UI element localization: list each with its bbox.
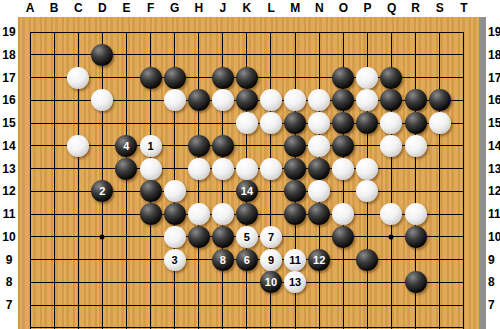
intersection-H13[interactable] [187, 157, 211, 180]
intersection-M9[interactable]: 11 [283, 248, 307, 271]
intersection-K11[interactable] [235, 203, 259, 226]
intersection-C16[interactable] [66, 89, 90, 112]
intersection-P18[interactable] [355, 43, 379, 66]
row-label-left-8: 8 [0, 275, 18, 289]
intersection-K8[interactable] [235, 271, 259, 294]
intersection-T13[interactable] [452, 157, 476, 180]
stone-black-E14: 4 [115, 135, 137, 157]
intersection-H15[interactable] [187, 112, 211, 135]
intersection-D11[interactable] [90, 203, 114, 226]
intersection-C19[interactable] [66, 21, 90, 44]
intersection-N13[interactable] [307, 157, 331, 180]
row-label-right-18: 18 [488, 48, 500, 62]
intersection-F7[interactable] [138, 294, 162, 317]
intersection-Q12[interactable] [379, 180, 403, 203]
col-label-G: G [163, 1, 187, 15]
intersection-P11[interactable] [355, 203, 379, 226]
intersection-D6[interactable] [90, 316, 114, 329]
intersection-S15[interactable] [428, 112, 452, 135]
intersection-B9[interactable] [42, 248, 66, 271]
intersection-S10[interactable] [428, 225, 452, 248]
intersection-Q11[interactable] [379, 203, 403, 226]
intersection-K18[interactable] [235, 43, 259, 66]
intersection-P12[interactable] [355, 180, 379, 203]
intersection-P14[interactable] [355, 134, 379, 157]
stone-white-J13 [212, 158, 234, 180]
stone-white-C14 [67, 135, 89, 157]
intersection-Q19[interactable] [379, 21, 403, 44]
intersection-D7[interactable] [90, 294, 114, 317]
intersection-R14[interactable] [404, 134, 428, 157]
intersection-N11[interactable] [307, 203, 331, 226]
intersection-R15[interactable] [404, 112, 428, 135]
intersection-L12[interactable] [259, 180, 283, 203]
intersection-O12[interactable] [331, 180, 355, 203]
intersection-L11[interactable] [259, 203, 283, 226]
intersection-B14[interactable] [42, 134, 66, 157]
intersection-H6[interactable] [187, 316, 211, 329]
intersection-R12[interactable] [404, 180, 428, 203]
intersection-A13[interactable] [18, 157, 42, 180]
intersection-L7[interactable] [259, 294, 283, 317]
intersection-O17[interactable] [331, 66, 355, 89]
col-label-A: A [18, 1, 42, 15]
intersection-J19[interactable] [211, 21, 235, 44]
intersection-A6[interactable] [18, 316, 42, 329]
intersection-G7[interactable] [163, 294, 187, 317]
intersection-R10[interactable] [404, 225, 428, 248]
intersection-H17[interactable] [187, 66, 211, 89]
intersection-S13[interactable] [428, 157, 452, 180]
intersection-B11[interactable] [42, 203, 66, 226]
intersection-J8[interactable] [211, 271, 235, 294]
intersection-C10[interactable] [66, 225, 90, 248]
intersection-B18[interactable] [42, 43, 66, 66]
intersection-O6[interactable] [331, 316, 355, 329]
intersection-A15[interactable] [18, 112, 42, 135]
intersection-N18[interactable] [307, 43, 331, 66]
intersection-J17[interactable] [211, 66, 235, 89]
intersection-O19[interactable] [331, 21, 355, 44]
intersection-G19[interactable] [163, 21, 187, 44]
row-label-left-11: 11 [0, 207, 18, 221]
intersection-Q8[interactable] [379, 271, 403, 294]
intersection-O10[interactable] [331, 225, 355, 248]
intersection-O14[interactable] [331, 134, 355, 157]
intersection-C9[interactable] [66, 248, 90, 271]
intersection-H19[interactable] [187, 21, 211, 44]
stone-white-R14 [405, 135, 427, 157]
intersection-B10[interactable] [42, 225, 66, 248]
intersection-R11[interactable] [404, 203, 428, 226]
intersection-L16[interactable] [259, 89, 283, 112]
intersection-B12[interactable] [42, 180, 66, 203]
intersection-F19[interactable] [138, 21, 162, 44]
intersection-T7[interactable] [452, 294, 476, 317]
intersection-L10[interactable]: 7 [259, 225, 283, 248]
intersection-O16[interactable] [331, 89, 355, 112]
stone-white-P12 [356, 180, 378, 202]
intersection-P9[interactable] [355, 248, 379, 271]
intersection-R9[interactable] [404, 248, 428, 271]
intersection-R13[interactable] [404, 157, 428, 180]
intersection-S12[interactable] [428, 180, 452, 203]
intersection-A11[interactable] [18, 203, 42, 226]
intersection-O7[interactable] [331, 294, 355, 317]
intersection-G15[interactable] [163, 112, 187, 135]
intersection-T10[interactable] [452, 225, 476, 248]
intersection-J16[interactable] [211, 89, 235, 112]
col-label-M: M [283, 1, 307, 15]
intersection-L14[interactable] [259, 134, 283, 157]
intersection-H16[interactable] [187, 89, 211, 112]
intersection-F16[interactable] [138, 89, 162, 112]
intersection-M16[interactable] [283, 89, 307, 112]
intersection-C13[interactable] [66, 157, 90, 180]
stone-white-L15 [260, 112, 282, 134]
intersection-C7[interactable] [66, 294, 90, 317]
intersection-P19[interactable] [355, 21, 379, 44]
intersection-A19[interactable] [18, 21, 42, 44]
intersection-N10[interactable] [307, 225, 331, 248]
intersection-P6[interactable] [355, 316, 379, 329]
intersection-J9[interactable]: 8 [211, 248, 235, 271]
intersection-G10[interactable] [163, 225, 187, 248]
intersection-M19[interactable] [283, 21, 307, 44]
intersection-E8[interactable] [114, 271, 138, 294]
stone-white-R11 [405, 203, 427, 225]
intersection-K19[interactable] [235, 21, 259, 44]
intersection-C17[interactable] [66, 66, 90, 89]
intersection-M17[interactable] [283, 66, 307, 89]
intersection-M10[interactable] [283, 225, 307, 248]
intersection-J6[interactable] [211, 316, 235, 329]
intersection-H11[interactable] [187, 203, 211, 226]
intersection-H7[interactable] [187, 294, 211, 317]
intersection-Q6[interactable] [379, 316, 403, 329]
intersection-N19[interactable] [307, 21, 331, 44]
intersection-D14[interactable] [90, 134, 114, 157]
go-board-screen: ABCDEFGHJKLMNOPQRST 19181716151413121110… [0, 0, 500, 329]
intersection-C6[interactable] [66, 316, 90, 329]
intersection-C14[interactable] [66, 134, 90, 157]
intersection-G12[interactable] [163, 180, 187, 203]
intersection-E7[interactable] [114, 294, 138, 317]
intersection-Q10[interactable] [379, 225, 403, 248]
intersection-N6[interactable] [307, 316, 331, 329]
col-label-F: F [139, 1, 163, 15]
intersection-T11[interactable] [452, 203, 476, 226]
intersection-G17[interactable] [163, 66, 187, 89]
intersection-H18[interactable] [187, 43, 211, 66]
intersection-Q16[interactable] [379, 89, 403, 112]
intersection-E9[interactable] [114, 248, 138, 271]
intersection-L17[interactable] [259, 66, 283, 89]
intersection-D17[interactable] [90, 66, 114, 89]
intersection-O8[interactable] [331, 271, 355, 294]
intersection-S14[interactable] [428, 134, 452, 157]
intersection-B17[interactable] [42, 66, 66, 89]
intersection-J7[interactable] [211, 294, 235, 317]
intersection-J18[interactable] [211, 43, 235, 66]
intersection-D10[interactable] [90, 225, 114, 248]
intersection-N9[interactable]: 12 [307, 248, 331, 271]
intersection-F10[interactable] [138, 225, 162, 248]
col-label-S: S [428, 1, 452, 15]
intersection-F18[interactable] [138, 43, 162, 66]
intersection-D19[interactable] [90, 21, 114, 44]
intersection-M11[interactable] [283, 203, 307, 226]
intersection-O15[interactable] [331, 112, 355, 135]
intersection-E13[interactable] [114, 157, 138, 180]
stone-white-N12 [308, 180, 330, 202]
intersection-C11[interactable] [66, 203, 90, 226]
intersection-A7[interactable] [18, 294, 42, 317]
intersection-N14[interactable] [307, 134, 331, 157]
intersection-K12[interactable]: 14 [235, 180, 259, 203]
intersection-B8[interactable] [42, 271, 66, 294]
stone-black-H10 [188, 226, 210, 248]
stone-white-K10: 5 [236, 226, 258, 248]
intersection-M15[interactable] [283, 112, 307, 135]
intersection-Q7[interactable] [379, 294, 403, 317]
intersection-M6[interactable] [283, 316, 307, 329]
intersection-G18[interactable] [163, 43, 187, 66]
intersection-N16[interactable] [307, 89, 331, 112]
intersection-H14[interactable] [187, 134, 211, 157]
intersection-S19[interactable] [428, 21, 452, 44]
intersection-P7[interactable] [355, 294, 379, 317]
intersection-G13[interactable] [163, 157, 187, 180]
intersection-E6[interactable] [114, 316, 138, 329]
intersection-F11[interactable] [138, 203, 162, 226]
intersection-F14[interactable]: 1 [138, 134, 162, 157]
intersection-L6[interactable] [259, 316, 283, 329]
intersection-N7[interactable] [307, 294, 331, 317]
stone-black-D12: 2 [91, 180, 113, 202]
intersection-F15[interactable] [138, 112, 162, 135]
intersection-C12[interactable] [66, 180, 90, 203]
intersection-L15[interactable] [259, 112, 283, 135]
stone-black-K16 [236, 89, 258, 111]
intersection-K9[interactable]: 6 [235, 248, 259, 271]
intersection-M13[interactable] [283, 157, 307, 180]
intersection-R18[interactable] [404, 43, 428, 66]
intersection-N12[interactable] [307, 180, 331, 203]
intersection-J12[interactable] [211, 180, 235, 203]
intersection-R8[interactable] [404, 271, 428, 294]
intersection-E17[interactable] [114, 66, 138, 89]
intersection-A8[interactable] [18, 271, 42, 294]
intersection-S6[interactable] [428, 316, 452, 329]
intersection-F8[interactable] [138, 271, 162, 294]
intersection-D12[interactable]: 2 [90, 180, 114, 203]
intersection-H9[interactable] [187, 248, 211, 271]
intersection-J11[interactable] [211, 203, 235, 226]
intersection-A9[interactable] [18, 248, 42, 271]
intersection-K6[interactable] [235, 316, 259, 329]
intersection-T6[interactable] [452, 316, 476, 329]
row-label-left-18: 18 [0, 48, 18, 62]
intersection-Q15[interactable] [379, 112, 403, 135]
intersection-D13[interactable] [90, 157, 114, 180]
stone-black-P9 [356, 249, 378, 271]
intersection-L9[interactable]: 9 [259, 248, 283, 271]
intersection-M18[interactable] [283, 43, 307, 66]
intersection-C8[interactable] [66, 271, 90, 294]
intersection-T9[interactable] [452, 248, 476, 271]
intersection-B13[interactable] [42, 157, 66, 180]
intersection-O18[interactable] [331, 43, 355, 66]
intersection-B7[interactable] [42, 294, 66, 317]
intersection-D15[interactable] [90, 112, 114, 135]
intersection-N15[interactable] [307, 112, 331, 135]
intersection-A16[interactable] [18, 89, 42, 112]
intersection-D8[interactable] [90, 271, 114, 294]
intersection-P13[interactable] [355, 157, 379, 180]
intersection-E18[interactable] [114, 43, 138, 66]
intersection-S7[interactable] [428, 294, 452, 317]
intersection-E15[interactable] [114, 112, 138, 135]
intersection-N17[interactable] [307, 66, 331, 89]
intersection-L8[interactable]: 10 [259, 271, 283, 294]
intersection-K16[interactable] [235, 89, 259, 112]
intersection-P8[interactable] [355, 271, 379, 294]
intersection-G8[interactable] [163, 271, 187, 294]
stone-white-M16 [284, 89, 306, 111]
intersection-K15[interactable] [235, 112, 259, 135]
intersection-L18[interactable] [259, 43, 283, 66]
intersection-K10[interactable]: 5 [235, 225, 259, 248]
intersection-Q14[interactable] [379, 134, 403, 157]
intersection-D16[interactable] [90, 89, 114, 112]
intersection-A14[interactable] [18, 134, 42, 157]
intersection-L13[interactable] [259, 157, 283, 180]
intersection-A18[interactable] [18, 43, 42, 66]
intersection-D18[interactable] [90, 43, 114, 66]
move-number-label-D12: 2 [99, 185, 105, 197]
intersection-G14[interactable] [163, 134, 187, 157]
intersection-B19[interactable] [42, 21, 66, 44]
intersection-Q9[interactable] [379, 248, 403, 271]
intersection-H8[interactable] [187, 271, 211, 294]
intersection-M14[interactable] [283, 134, 307, 157]
intersection-E16[interactable] [114, 89, 138, 112]
intersection-A10[interactable] [18, 225, 42, 248]
intersection-F12[interactable] [138, 180, 162, 203]
intersection-F6[interactable] [138, 316, 162, 329]
intersection-T12[interactable] [452, 180, 476, 203]
intersection-K7[interactable] [235, 294, 259, 317]
intersection-P15[interactable] [355, 112, 379, 135]
intersection-F13[interactable] [138, 157, 162, 180]
intersection-R7[interactable] [404, 294, 428, 317]
intersection-Q17[interactable] [379, 66, 403, 89]
intersection-G6[interactable] [163, 316, 187, 329]
intersection-G9[interactable]: 3 [163, 248, 187, 271]
intersection-E11[interactable] [114, 203, 138, 226]
intersection-E14[interactable]: 4 [114, 134, 138, 157]
row-label-left-7: 7 [0, 298, 18, 312]
intersection-J14[interactable] [211, 134, 235, 157]
intersection-H10[interactable] [187, 225, 211, 248]
intersection-E10[interactable] [114, 225, 138, 248]
stone-black-O10 [332, 226, 354, 248]
intersection-T19[interactable] [452, 21, 476, 44]
intersection-R17[interactable] [404, 66, 428, 89]
intersection-O13[interactable] [331, 157, 355, 180]
intersection-O9[interactable] [331, 248, 355, 271]
col-label-C: C [66, 1, 90, 15]
intersection-R6[interactable] [404, 316, 428, 329]
intersection-B16[interactable] [42, 89, 66, 112]
intersection-B15[interactable] [42, 112, 66, 135]
intersection-C18[interactable] [66, 43, 90, 66]
intersection-A12[interactable] [18, 180, 42, 203]
stone-black-F11 [140, 203, 162, 225]
row-label-left-9: 9 [0, 253, 18, 267]
intersection-P16[interactable] [355, 89, 379, 112]
intersection-S18[interactable] [428, 43, 452, 66]
intersection-B6[interactable] [42, 316, 66, 329]
intersection-S16[interactable] [428, 89, 452, 112]
intersection-D9[interactable] [90, 248, 114, 271]
intersection-C15[interactable] [66, 112, 90, 135]
intersection-S11[interactable] [428, 203, 452, 226]
intersection-N8[interactable] [307, 271, 331, 294]
intersection-J10[interactable] [211, 225, 235, 248]
intersection-A17[interactable] [18, 66, 42, 89]
intersection-S17[interactable] [428, 66, 452, 89]
intersection-E12[interactable] [114, 180, 138, 203]
intersection-M7[interactable] [283, 294, 307, 317]
intersection-F17[interactable] [138, 66, 162, 89]
intersection-R16[interactable] [404, 89, 428, 112]
intersection-M8[interactable]: 13 [283, 271, 307, 294]
intersection-P17[interactable] [355, 66, 379, 89]
intersection-F9[interactable] [138, 248, 162, 271]
intersection-S9[interactable] [428, 248, 452, 271]
intersection-T15[interactable] [452, 112, 476, 135]
intersection-R19[interactable] [404, 21, 428, 44]
intersection-L19[interactable] [259, 21, 283, 44]
intersection-T17[interactable] [452, 66, 476, 89]
stone-black-D18 [91, 44, 113, 66]
move-number-label-M8: 13 [289, 276, 301, 288]
intersection-S8[interactable] [428, 271, 452, 294]
intersection-P10[interactable] [355, 225, 379, 248]
intersection-G11[interactable] [163, 203, 187, 226]
intersection-K17[interactable] [235, 66, 259, 89]
intersection-Q18[interactable] [379, 43, 403, 66]
intersection-T8[interactable] [452, 271, 476, 294]
intersection-J15[interactable] [211, 112, 235, 135]
intersection-E19[interactable] [114, 21, 138, 44]
intersection-K14[interactable] [235, 134, 259, 157]
stone-white-J16 [212, 89, 234, 111]
intersection-O11[interactable] [331, 203, 355, 226]
intersection-T18[interactable] [452, 43, 476, 66]
intersection-T14[interactable] [452, 134, 476, 157]
intersection-M12[interactable] [283, 180, 307, 203]
intersection-H12[interactable] [187, 180, 211, 203]
intersection-Q13[interactable] [379, 157, 403, 180]
intersection-K13[interactable] [235, 157, 259, 180]
stone-white-H13 [188, 158, 210, 180]
intersection-G16[interactable] [163, 89, 187, 112]
intersection-J13[interactable] [211, 157, 235, 180]
intersection-T16[interactable] [452, 89, 476, 112]
